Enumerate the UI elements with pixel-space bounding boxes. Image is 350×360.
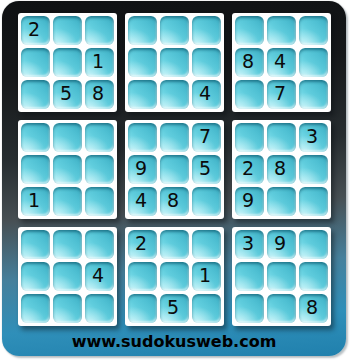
sudoku-cell-r7c2[interactable] <box>53 230 82 259</box>
sudoku-cell-r4c4[interactable] <box>128 123 157 152</box>
cell-digit: 2 <box>242 159 254 178</box>
sudoku-cell-r3c6[interactable]: 4 <box>192 80 221 109</box>
cell-digit: 7 <box>274 84 286 103</box>
sudoku-cell-r7c5[interactable] <box>160 230 189 259</box>
sudoku-cell-r2c8[interactable]: 4 <box>267 48 296 77</box>
site-url-link[interactable]: www.sudokusweb.com <box>72 332 277 351</box>
sudoku-cell-r4c2[interactable] <box>53 123 82 152</box>
footer-bar: www.sudokusweb.com <box>2 326 346 356</box>
sudoku-cell-r2c1[interactable] <box>21 48 50 77</box>
sudoku-cell-r9c1[interactable] <box>21 294 50 323</box>
sudoku-cell-r9c4[interactable] <box>128 294 157 323</box>
cell-digit: 9 <box>242 191 254 210</box>
sudoku-cell-r1c3[interactable] <box>85 16 114 45</box>
cell-digit: 4 <box>274 52 286 71</box>
cell-digit: 8 <box>92 84 104 103</box>
sudoku-cell-r9c5[interactable]: 5 <box>160 294 189 323</box>
cell-digit: 1 <box>199 266 211 285</box>
sudoku-cell-r4c1[interactable] <box>21 123 50 152</box>
sudoku-cell-r8c5[interactable] <box>160 262 189 291</box>
sudoku-box-1-2: 3289 <box>232 120 331 219</box>
cell-digit: 3 <box>242 234 254 253</box>
sudoku-cell-r8c7[interactable] <box>235 262 264 291</box>
sudoku-cell-r7c1[interactable] <box>21 230 50 259</box>
sudoku-cell-r2c5[interactable] <box>160 48 189 77</box>
sudoku-cell-r4c6[interactable]: 7 <box>192 123 221 152</box>
sudoku-cell-r3c5[interactable] <box>160 80 189 109</box>
sudoku-cell-r5c8[interactable]: 8 <box>267 155 296 184</box>
sudoku-cell-r7c6[interactable] <box>192 230 221 259</box>
cell-digit: 9 <box>135 159 147 178</box>
sudoku-cell-r2c7[interactable]: 8 <box>235 48 264 77</box>
sudoku-cell-r2c6[interactable] <box>192 48 221 77</box>
sudoku-cell-r2c9[interactable] <box>299 48 328 77</box>
sudoku-cell-r1c9[interactable] <box>299 16 328 45</box>
sudoku-cell-r8c4[interactable] <box>128 262 157 291</box>
sudoku-box-0-2: 847 <box>232 13 331 112</box>
sudoku-cell-r6c3[interactable] <box>85 187 114 216</box>
sudoku-cell-r4c3[interactable] <box>85 123 114 152</box>
sudoku-cell-r9c2[interactable] <box>53 294 82 323</box>
sudoku-cell-r7c8[interactable]: 9 <box>267 230 296 259</box>
cell-digit: 4 <box>92 266 104 285</box>
sudoku-cell-r9c8[interactable] <box>267 294 296 323</box>
sudoku-cell-r8c2[interactable] <box>53 262 82 291</box>
sudoku-cell-r4c7[interactable] <box>235 123 264 152</box>
sudoku-cell-r6c6[interactable] <box>192 187 221 216</box>
sudoku-cell-r8c3[interactable]: 4 <box>85 262 114 291</box>
sudoku-cell-r3c3[interactable]: 8 <box>85 80 114 109</box>
sudoku-cell-r5c3[interactable] <box>85 155 114 184</box>
cell-digit: 2 <box>28 20 40 39</box>
sudoku-cell-r7c3[interactable] <box>85 230 114 259</box>
sudoku-cell-r5c7[interactable]: 2 <box>235 155 264 184</box>
sudoku-cell-r1c4[interactable] <box>128 16 157 45</box>
cell-digit: 1 <box>28 191 40 210</box>
sudoku-box-2-0: 4 <box>18 227 117 326</box>
sudoku-cell-r3c7[interactable] <box>235 80 264 109</box>
sudoku-cell-r2c3[interactable]: 1 <box>85 48 114 77</box>
sudoku-cell-r8c8[interactable] <box>267 262 296 291</box>
sudoku-cell-r3c2[interactable]: 5 <box>53 80 82 109</box>
cell-digit: 5 <box>167 298 179 317</box>
sudoku-cell-r6c9[interactable] <box>299 187 328 216</box>
cell-digit: 4 <box>135 191 147 210</box>
sudoku-cell-r1c6[interactable] <box>192 16 221 45</box>
sudoku-cell-r6c1[interactable]: 1 <box>21 187 50 216</box>
cell-digit: 8 <box>274 159 286 178</box>
sudoku-cell-r6c2[interactable] <box>53 187 82 216</box>
cell-digit: 8 <box>306 298 318 317</box>
sudoku-cell-r3c9[interactable] <box>299 80 328 109</box>
sudoku-cell-r7c4[interactable]: 2 <box>128 230 157 259</box>
sudoku-cell-r2c4[interactable] <box>128 48 157 77</box>
sudoku-cell-r1c8[interactable] <box>267 16 296 45</box>
cell-digit: 8 <box>242 52 254 71</box>
sudoku-cell-r4c5[interactable] <box>160 123 189 152</box>
sudoku-cell-r3c8[interactable]: 7 <box>267 80 296 109</box>
cell-digit: 5 <box>199 159 211 178</box>
cell-digit: 7 <box>199 127 211 146</box>
sudoku-cell-r4c8[interactable] <box>267 123 296 152</box>
sudoku-box-1-1: 79548 <box>125 120 224 219</box>
sudoku-board-frame: 2158484717954832894215398 www.sudokusweb… <box>2 1 346 356</box>
sudoku-cell-r3c1[interactable] <box>21 80 50 109</box>
cell-digit: 9 <box>274 234 286 253</box>
cell-digit: 4 <box>199 84 211 103</box>
sudoku-box-0-1: 4 <box>125 13 224 112</box>
sudoku-cell-r8c9[interactable] <box>299 262 328 291</box>
sudoku-box-1-0: 1 <box>18 120 117 219</box>
sudoku-cell-r1c5[interactable] <box>160 16 189 45</box>
sudoku-cell-r9c3[interactable] <box>85 294 114 323</box>
sudoku-box-0-0: 2158 <box>18 13 117 112</box>
cell-digit: 5 <box>60 84 72 103</box>
cell-digit: 3 <box>306 127 318 146</box>
sudoku-cell-r8c6[interactable]: 1 <box>192 262 221 291</box>
sudoku-cell-r1c7[interactable] <box>235 16 264 45</box>
sudoku-grid: 2158484717954832894215398 <box>2 13 346 326</box>
sudoku-cell-r7c7[interactable]: 3 <box>235 230 264 259</box>
sudoku-cell-r5c1[interactable] <box>21 155 50 184</box>
sudoku-cell-r6c5[interactable]: 8 <box>160 187 189 216</box>
sudoku-cell-r5c4[interactable]: 9 <box>128 155 157 184</box>
sudoku-box-2-2: 398 <box>232 227 331 326</box>
cell-digit: 1 <box>92 52 104 71</box>
sudoku-cell-r9c6[interactable] <box>192 294 221 323</box>
sudoku-cell-r4c9[interactable]: 3 <box>299 123 328 152</box>
sudoku-cell-r1c1[interactable]: 2 <box>21 16 50 45</box>
sudoku-cell-r5c5[interactable] <box>160 155 189 184</box>
cell-digit: 8 <box>167 191 179 210</box>
sudoku-box-2-1: 215 <box>125 227 224 326</box>
sudoku-cell-r5c2[interactable] <box>53 155 82 184</box>
sudoku-cell-r5c6[interactable]: 5 <box>192 155 221 184</box>
sudoku-cell-r9c9[interactable]: 8 <box>299 294 328 323</box>
sudoku-cell-r8c1[interactable] <box>21 262 50 291</box>
sudoku-cell-r2c2[interactable] <box>53 48 82 77</box>
sudoku-cell-r9c7[interactable] <box>235 294 264 323</box>
sudoku-cell-r6c7[interactable]: 9 <box>235 187 264 216</box>
sudoku-cell-r6c4[interactable]: 4 <box>128 187 157 216</box>
sudoku-cell-r3c4[interactable] <box>128 80 157 109</box>
sudoku-cell-r1c2[interactable] <box>53 16 82 45</box>
cell-digit: 2 <box>135 234 147 253</box>
sudoku-cell-r7c9[interactable] <box>299 230 328 259</box>
sudoku-cell-r6c8[interactable] <box>267 187 296 216</box>
sudoku-cell-r5c9[interactable] <box>299 155 328 184</box>
